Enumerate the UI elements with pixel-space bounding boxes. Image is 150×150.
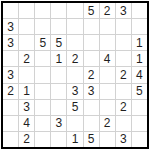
cell-r4c6[interactable] bbox=[84, 51, 99, 66]
cell-r5c1: 3 bbox=[3, 67, 18, 82]
cell-r7c9[interactable] bbox=[132, 100, 147, 115]
cell-r9c8: 3 bbox=[116, 132, 131, 147]
cell-r9c2: 2 bbox=[19, 132, 34, 147]
cell-r5c2[interactable] bbox=[19, 67, 34, 82]
cell-r1c2[interactable] bbox=[19, 3, 34, 18]
cell-r3c6[interactable] bbox=[84, 35, 99, 50]
cell-r8c3[interactable] bbox=[35, 116, 50, 131]
cell-r6c3[interactable] bbox=[35, 84, 50, 99]
cell-r8c1[interactable] bbox=[3, 116, 18, 131]
cell-r1c1[interactable] bbox=[3, 3, 18, 18]
cell-r4c8[interactable] bbox=[116, 51, 131, 66]
cell-r6c4[interactable] bbox=[51, 84, 66, 99]
cell-r5c7[interactable] bbox=[100, 67, 115, 82]
cell-r3c9: 1 bbox=[132, 35, 147, 50]
cell-r5c5[interactable] bbox=[67, 67, 82, 82]
cell-r4c1[interactable] bbox=[3, 51, 18, 66]
cell-r6c1: 2 bbox=[3, 84, 18, 99]
cell-r2c4[interactable] bbox=[51, 19, 66, 34]
cell-r3c2[interactable] bbox=[19, 35, 34, 50]
cell-r6c2: 1 bbox=[19, 84, 34, 99]
cell-r7c2: 3 bbox=[19, 100, 34, 115]
cell-r7c3[interactable] bbox=[35, 100, 50, 115]
cell-r1c4[interactable] bbox=[51, 3, 66, 18]
cell-r4c3[interactable] bbox=[35, 51, 50, 66]
cell-r2c7[interactable] bbox=[100, 19, 115, 34]
cell-r7c6[interactable] bbox=[84, 100, 99, 115]
cell-r1c5[interactable] bbox=[67, 3, 82, 18]
cell-r2c5[interactable] bbox=[67, 19, 82, 34]
cell-r4c4: 1 bbox=[51, 51, 66, 66]
cell-r2c1: 3 bbox=[3, 19, 18, 34]
cell-r3c8[interactable] bbox=[116, 35, 131, 50]
cell-r3c5[interactable] bbox=[67, 35, 82, 50]
cell-r1c6: 5 bbox=[84, 3, 99, 18]
cell-r5c3[interactable] bbox=[35, 67, 50, 82]
cell-r8c9[interactable] bbox=[132, 116, 147, 131]
cell-r9c1[interactable] bbox=[3, 132, 18, 147]
cell-r6c6: 3 bbox=[84, 84, 99, 99]
cell-r9c4[interactable] bbox=[51, 132, 66, 147]
cell-r8c2: 4 bbox=[19, 116, 34, 131]
cell-r7c1[interactable] bbox=[3, 100, 18, 115]
cell-r1c9[interactable] bbox=[132, 3, 147, 18]
cell-r7c7[interactable] bbox=[100, 100, 115, 115]
cell-r9c3[interactable] bbox=[35, 132, 50, 147]
cell-r1c7: 2 bbox=[100, 3, 115, 18]
cell-r8c5[interactable] bbox=[67, 116, 82, 131]
cell-r2c2[interactable] bbox=[19, 19, 34, 34]
cell-r4c7: 4 bbox=[100, 51, 115, 66]
cell-r5c6: 2 bbox=[84, 67, 99, 82]
cell-r2c9[interactable] bbox=[132, 19, 147, 34]
cell-r5c8: 2 bbox=[116, 67, 131, 82]
cell-r6c9: 5 bbox=[132, 84, 147, 99]
cell-r9c9[interactable] bbox=[132, 132, 147, 147]
cell-r4c9: 1 bbox=[132, 51, 147, 66]
puzzle-board: 52333551212413224213353524322153 bbox=[1, 1, 149, 149]
cell-r2c3[interactable] bbox=[35, 19, 50, 34]
cell-r4c5: 2 bbox=[67, 51, 82, 66]
cell-r9c6: 5 bbox=[84, 132, 99, 147]
cell-r5c9: 4 bbox=[132, 67, 147, 82]
cell-r8c6[interactable] bbox=[84, 116, 99, 131]
cell-r4c2: 2 bbox=[19, 51, 34, 66]
cell-r1c3[interactable] bbox=[35, 3, 50, 18]
cell-r7c4[interactable] bbox=[51, 100, 66, 115]
cell-r6c7[interactable] bbox=[100, 84, 115, 99]
cell-r6c8[interactable] bbox=[116, 84, 131, 99]
cell-r7c5: 5 bbox=[67, 100, 82, 115]
cell-r9c5: 1 bbox=[67, 132, 82, 147]
cell-r2c8[interactable] bbox=[116, 19, 131, 34]
cell-r2c6[interactable] bbox=[84, 19, 99, 34]
cell-r9c7[interactable] bbox=[100, 132, 115, 147]
cell-r3c4: 5 bbox=[51, 35, 66, 50]
cell-r8c8[interactable] bbox=[116, 116, 131, 131]
cell-r7c8: 2 bbox=[116, 100, 131, 115]
cell-r6c5: 3 bbox=[67, 84, 82, 99]
cell-r5c4[interactable] bbox=[51, 67, 66, 82]
cell-r8c4: 3 bbox=[51, 116, 66, 131]
cell-r3c7[interactable] bbox=[100, 35, 115, 50]
cell-r3c3: 5 bbox=[35, 35, 50, 50]
cell-r8c7: 2 bbox=[100, 116, 115, 131]
cell-r1c8: 3 bbox=[116, 3, 131, 18]
cell-r3c1: 3 bbox=[3, 35, 18, 50]
